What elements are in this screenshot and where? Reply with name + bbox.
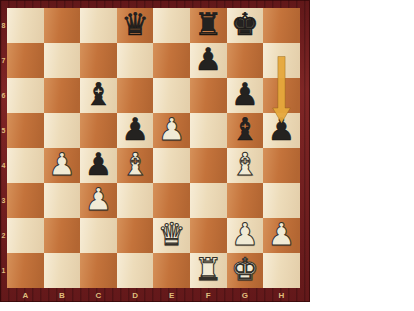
square-d7[interactable] [117,43,154,78]
square-h6[interactable] [263,78,300,113]
square-c6[interactable]: ♝ [80,78,117,113]
rank-labels: 87654321 [0,8,7,288]
black-pawn[interactable]: ♟ [85,149,113,180]
square-f4[interactable] [190,148,227,183]
square-e3[interactable] [153,183,190,218]
square-a1[interactable] [7,253,44,288]
rank-label-8: 8 [0,8,7,43]
black-pawn[interactable]: ♟ [194,44,222,75]
square-f2[interactable] [190,218,227,253]
square-g8[interactable]: ♚ [227,8,264,43]
file-label-e: E [153,288,190,302]
black-queen[interactable]: ♛ [121,9,149,40]
white-king[interactable]: ♚ [231,254,259,285]
rank-label-7: 7 [0,43,7,78]
square-d6[interactable] [117,78,154,113]
white-pawn[interactable]: ♟ [85,184,113,215]
square-f8[interactable]: ♜ [190,8,227,43]
square-c4[interactable]: ♟ [80,148,117,183]
square-e2[interactable]: ♛ [153,218,190,253]
square-h7[interactable] [263,43,300,78]
rank-label-6: 6 [0,78,7,113]
square-g4[interactable]: ♝ [227,148,264,183]
file-label-f: F [190,288,227,302]
square-h2[interactable]: ♟ [263,218,300,253]
black-pawn[interactable]: ♟ [268,114,296,145]
square-g2[interactable]: ♟ [227,218,264,253]
white-pawn[interactable]: ♟ [268,219,296,250]
square-h5[interactable]: ♟ [263,113,300,148]
square-b8[interactable] [44,8,81,43]
square-g3[interactable] [227,183,264,218]
rank-label-3: 3 [0,183,7,218]
square-d1[interactable] [117,253,154,288]
white-bishop[interactable]: ♝ [231,149,259,180]
file-label-b: B [44,288,81,302]
white-pawn[interactable]: ♟ [48,149,76,180]
square-e7[interactable] [153,43,190,78]
square-a5[interactable] [7,113,44,148]
black-rook[interactable]: ♜ [194,9,222,40]
white-pawn[interactable]: ♟ [158,114,186,145]
square-g1[interactable]: ♚ [227,253,264,288]
rank-label-1: 1 [0,253,7,288]
black-bishop[interactable]: ♝ [231,114,259,145]
square-d5[interactable]: ♟ [117,113,154,148]
square-d8[interactable]: ♛ [117,8,154,43]
black-pawn[interactable]: ♟ [231,79,259,110]
square-b3[interactable] [44,183,81,218]
square-g7[interactable] [227,43,264,78]
square-c2[interactable] [80,218,117,253]
rank-label-4: 4 [0,148,7,183]
file-labels: ABCDEFGH [7,288,300,302]
square-h1[interactable] [263,253,300,288]
square-g6[interactable]: ♟ [227,78,264,113]
square-b2[interactable] [44,218,81,253]
square-a6[interactable] [7,78,44,113]
square-e8[interactable] [153,8,190,43]
white-rook[interactable]: ♜ [194,254,222,285]
chess-board: 87654321 ABCDEFGH ♛♜♚♟♝♟♟♟♝♟♟♟♝♝♟♛♟♟♜♚ [0,0,310,302]
square-c3[interactable]: ♟ [80,183,117,218]
square-f1[interactable]: ♜ [190,253,227,288]
rank-label-2: 2 [0,218,7,253]
square-a8[interactable] [7,8,44,43]
square-c8[interactable] [80,8,117,43]
square-b7[interactable] [44,43,81,78]
file-label-c: C [80,288,117,302]
square-a7[interactable] [7,43,44,78]
rank-label-5: 5 [0,113,7,148]
square-f5[interactable] [190,113,227,148]
file-label-h: H [263,288,300,302]
white-pawn[interactable]: ♟ [231,219,259,250]
square-a2[interactable] [7,218,44,253]
white-bishop[interactable]: ♝ [121,149,149,180]
square-c7[interactable] [80,43,117,78]
square-d4[interactable]: ♝ [117,148,154,183]
square-g5[interactable]: ♝ [227,113,264,148]
square-e4[interactable] [153,148,190,183]
square-f6[interactable] [190,78,227,113]
black-bishop[interactable]: ♝ [85,79,113,110]
file-label-g: G [227,288,264,302]
black-pawn[interactable]: ♟ [121,114,149,145]
square-e5[interactable]: ♟ [153,113,190,148]
file-label-a: A [7,288,44,302]
square-d3[interactable] [117,183,154,218]
square-b5[interactable] [44,113,81,148]
square-b6[interactable] [44,78,81,113]
file-label-d: D [117,288,154,302]
square-h3[interactable] [263,183,300,218]
square-a3[interactable] [7,183,44,218]
square-h4[interactable] [263,148,300,183]
square-f7[interactable]: ♟ [190,43,227,78]
square-h8[interactable] [263,8,300,43]
white-queen[interactable]: ♛ [158,219,186,250]
square-c5[interactable] [80,113,117,148]
square-b1[interactable] [44,253,81,288]
square-e1[interactable] [153,253,190,288]
black-king[interactable]: ♚ [231,9,259,40]
square-a4[interactable] [7,148,44,183]
square-d2[interactable] [117,218,154,253]
square-b4[interactable]: ♟ [44,148,81,183]
square-f3[interactable] [190,183,227,218]
square-c1[interactable] [80,253,117,288]
board-squares: ♛♜♚♟♝♟♟♟♝♟♟♟♝♝♟♛♟♟♜♚ [7,8,300,288]
square-e6[interactable] [153,78,190,113]
